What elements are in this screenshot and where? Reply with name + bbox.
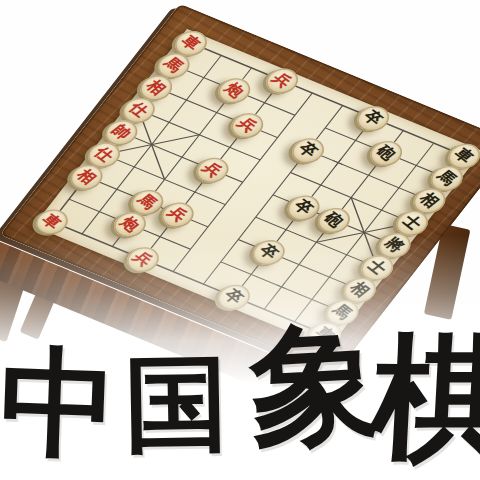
piece-character: 兵 [270,71,295,90]
piece-character: 炮 [222,81,247,100]
piece-character: 卒 [291,198,316,217]
piece-character: 兵 [200,160,225,179]
calligraphy-char-zhong: 中 [0,342,120,464]
piece-black-cannon[interactable]: 砲 [364,136,408,169]
piece-character: 卒 [361,108,386,127]
piece-character: 卒 [256,242,281,261]
piece-character: 卒 [295,140,320,159]
piece-red-soldier[interactable]: 兵 [190,153,234,186]
piece-character: 相 [74,167,99,186]
piece-character: 仕 [126,100,151,119]
piece-red-soldier[interactable]: 兵 [225,108,269,141]
piece-character: 砲 [321,210,346,229]
piece-character: 士 [365,258,390,277]
calligraphy-char-qi: 棋 [368,330,480,466]
piece-character: 兵 [165,205,190,224]
piece-character: 車 [178,33,203,52]
scene: 車兵卒車馬炮砲馬相兵卒相仕士帥兵卒砲將仕士相馬兵卒相炮馬車兵卒車 中 国 象 棋 [0,0,480,480]
piece-character: 馬 [434,168,459,187]
piece-character: 士 [399,213,424,232]
piece-character: 炮 [117,214,142,233]
piece-character: 仕 [91,145,116,164]
piece-character: 馬 [135,192,160,211]
piece-character: 車 [452,146,477,165]
piece-red-cannon[interactable]: 炮 [212,74,256,107]
piece-character: 馬 [161,55,186,74]
piece-character: 兵 [235,115,260,134]
piece-character: 將 [382,235,407,254]
piece-character: 帥 [109,122,134,141]
piece-character: 車 [39,212,64,231]
piece-black-soldier[interactable]: 卒 [286,133,330,166]
piece-character: 砲 [374,143,399,162]
piece-character: 卒 [221,287,246,306]
piece-character: 相 [347,280,372,299]
piece-black-soldier[interactable]: 卒 [247,235,291,268]
piece-character: 兵 [130,249,155,268]
piece-character: 相 [417,191,442,210]
calligraphy-char-xiang: 象 [247,317,384,454]
piece-character: 相 [144,78,169,97]
calligraphy-char-guo: 国 [123,351,229,457]
